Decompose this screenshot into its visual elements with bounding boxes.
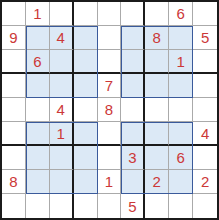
cell-r9c5[interactable] [98,194,122,218]
cell-r9c3[interactable] [50,194,74,218]
cell-r5c1[interactable] [2,98,26,122]
cell-r4c4[interactable] [74,74,98,98]
cell-r5c4[interactable] [74,98,98,122]
cell-r2c2[interactable] [26,26,50,50]
given-digit-r3c2[interactable]: 6 [26,50,50,74]
given-digit-r9c9[interactable] [193,194,217,218]
cell-r8c3[interactable] [50,170,74,194]
given-digit-r6c3[interactable]: 1 [50,122,74,146]
cell-r4c6[interactable] [121,74,145,98]
cell-r4c3[interactable] [50,74,74,98]
cell-r2c4[interactable] [74,26,98,50]
cell-r7c7[interactable] [145,146,169,170]
cell-r5c9[interactable] [193,98,217,122]
sudoku-board: 16948561748143681225 [0,0,219,220]
cell-r3c7[interactable] [145,50,169,74]
cell-r6c6[interactable] [121,122,145,146]
given-digit-r2c3[interactable]: 4 [50,26,74,50]
given-digit-r2c7[interactable]: 8 [145,26,169,50]
given-digit-r7c8[interactable]: 6 [169,146,193,170]
cell-r4c2[interactable] [26,74,50,98]
cell-r6c7[interactable] [145,122,169,146]
given-digit-r8c9[interactable]: 2 [193,170,217,194]
given-digit-r7c6[interactable]: 3 [121,146,145,170]
cell-r1c1[interactable] [2,2,26,26]
given-digit-r4c5[interactable]: 7 [98,74,122,98]
given-digit-r9c6[interactable]: 5 [121,194,145,218]
given-digit-r2c9[interactable]: 5 [193,26,217,50]
given-digit-r9c8[interactable] [169,194,193,218]
cell-r1c3[interactable] [50,2,74,26]
cell-r1c6[interactable] [121,2,145,26]
given-digit-r8c7[interactable]: 2 [145,170,169,194]
cell-r9c2[interactable] [26,194,50,218]
cell-r1c5[interactable] [98,2,122,26]
given-digit-r8c5[interactable]: 1 [98,170,122,194]
given-digit-r6c9[interactable]: 4 [193,122,217,146]
cell-r6c5[interactable] [98,122,122,146]
cell-r4c1[interactable] [2,74,26,98]
cell-r3c1[interactable] [2,50,26,74]
cell-r8c6[interactable] [121,170,145,194]
cell-r5c8[interactable] [169,98,193,122]
cell-r6c8[interactable] [169,122,193,146]
cell-r1c7[interactable] [145,2,169,26]
cell-r1c4[interactable] [74,2,98,26]
cell-r2c8[interactable] [169,26,193,50]
cell-r4c8[interactable] [169,74,193,98]
cell-r7c5[interactable] [98,146,122,170]
given-digit-r5c3[interactable]: 4 [50,98,74,122]
cell-r4c9[interactable] [193,74,217,98]
cell-r7c4[interactable] [74,146,98,170]
cell-r5c7[interactable] [145,98,169,122]
cell-r9c1[interactable] [2,194,26,218]
cell-r6c1[interactable] [2,122,26,146]
given-digit-r2c1[interactable]: 9 [2,26,26,50]
cell-r9c7[interactable] [145,194,169,218]
cell-r2c5[interactable] [98,26,122,50]
cell-r9c4[interactable] [74,194,98,218]
cell-r5c2[interactable] [26,98,50,122]
cell-r3c9[interactable] [193,50,217,74]
cell-r3c5[interactable] [98,50,122,74]
given-digit-r8c1[interactable]: 8 [2,170,26,194]
sudoku-grid: 16948561748143681225 [2,2,217,218]
cell-r2c6[interactable] [121,26,145,50]
given-digit-r5c5[interactable]: 8 [98,98,122,122]
given-digit-r1c2[interactable]: 1 [26,2,50,26]
given-digit-r3c8[interactable]: 1 [169,50,193,74]
cell-r1c9[interactable] [193,2,217,26]
given-digit-r1c8[interactable]: 6 [169,2,193,26]
cell-r7c3[interactable] [50,146,74,170]
cell-r3c3[interactable] [50,50,74,74]
cell-r7c1[interactable] [2,146,26,170]
cell-r5c6[interactable] [121,98,145,122]
cell-r3c4[interactable] [74,50,98,74]
cell-r7c2[interactable] [26,146,50,170]
cell-r7c9[interactable] [193,146,217,170]
cell-r8c4[interactable] [74,170,98,194]
cell-r8c2[interactable] [26,170,50,194]
cell-r3c6[interactable] [121,50,145,74]
cell-r4c7[interactable] [145,74,169,98]
cell-r6c2[interactable] [26,122,50,146]
cell-r6c4[interactable] [74,122,98,146]
cell-r8c8[interactable] [169,170,193,194]
